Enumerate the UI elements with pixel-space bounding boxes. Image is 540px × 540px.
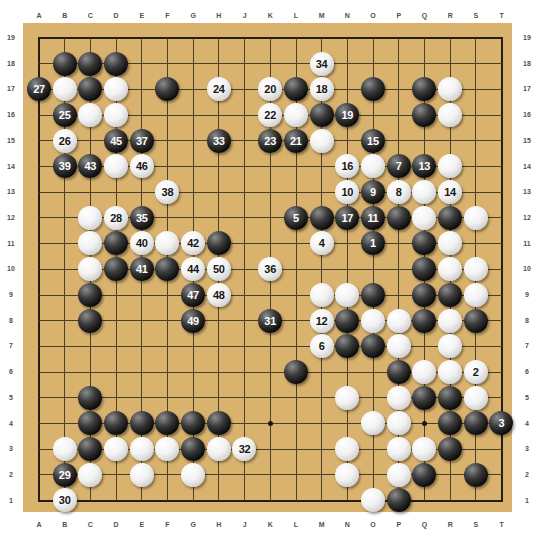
- stone-black-R4: [438, 411, 462, 435]
- stone-white-P3: [387, 437, 411, 461]
- move-number: 30: [53, 488, 77, 512]
- stone-white-M9: [310, 283, 334, 307]
- stone-white-S6: 2: [464, 360, 488, 384]
- stones-layer: 3427242018252219264537332321153943461671…: [26, 25, 514, 513]
- move-number: 42: [181, 231, 205, 255]
- stone-white-L16: [284, 103, 308, 127]
- stone-white-H9: 48: [207, 283, 231, 307]
- stone-white-C2: [78, 463, 102, 487]
- move-number: 32: [232, 437, 256, 461]
- move-number: 1: [361, 231, 385, 255]
- goban[interactable]: 3427242018252219264537332321153943461671…: [23, 23, 512, 512]
- row-label-left-8: 8: [1, 316, 21, 326]
- col-label-bottom-E: E: [134, 520, 150, 530]
- row-label-right-19: 19: [517, 33, 537, 43]
- stone-black-Q10: [412, 257, 436, 281]
- move-number: 31: [258, 309, 282, 333]
- stone-white-P5: [387, 386, 411, 410]
- move-number: 46: [130, 154, 154, 178]
- stone-black-Q14: 13: [412, 154, 436, 178]
- move-number: 2: [464, 360, 488, 384]
- stone-white-P13: 8: [387, 180, 411, 204]
- move-number: 48: [207, 283, 231, 307]
- stone-black-Q9: [412, 283, 436, 307]
- row-label-right-18: 18: [517, 59, 537, 69]
- col-label-top-N: N: [339, 11, 355, 21]
- move-number: 18: [310, 77, 334, 101]
- stone-black-N16: 19: [335, 103, 359, 127]
- row-label-right-4: 4: [517, 419, 537, 429]
- row-label-right-16: 16: [517, 110, 537, 120]
- stone-black-Q11: [412, 231, 436, 255]
- stone-white-D17: [104, 77, 128, 101]
- stone-black-C8: [78, 309, 102, 333]
- row-label-left-11: 11: [1, 239, 21, 249]
- stone-white-M15: [310, 129, 334, 153]
- move-number: 13: [412, 154, 436, 178]
- stone-white-R11: [438, 231, 462, 255]
- col-label-top-Q: Q: [417, 11, 433, 21]
- stone-black-C9: [78, 283, 102, 307]
- col-label-top-S: S: [468, 11, 484, 21]
- col-label-top-M: M: [314, 11, 330, 21]
- stone-white-P4: [387, 411, 411, 435]
- row-label-left-6: 6: [1, 367, 21, 377]
- row-label-left-14: 14: [1, 162, 21, 172]
- stone-white-P7: [387, 334, 411, 358]
- stone-white-P8: [387, 309, 411, 333]
- stone-white-H17: 24: [207, 77, 231, 101]
- col-label-bottom-A: A: [31, 520, 47, 530]
- stone-black-S4: [464, 411, 488, 435]
- col-label-bottom-R: R: [442, 520, 458, 530]
- move-number: 3: [489, 411, 513, 435]
- move-number: 33: [207, 129, 231, 153]
- move-number: 47: [181, 283, 205, 307]
- row-label-right-11: 11: [517, 239, 537, 249]
- stone-black-S2: [464, 463, 488, 487]
- move-number: 19: [335, 103, 359, 127]
- stone-white-C10: [78, 257, 102, 281]
- row-label-left-13: 13: [1, 187, 21, 197]
- stone-white-F13: 38: [155, 180, 179, 204]
- stone-black-K15: 23: [258, 129, 282, 153]
- stone-white-E3: [130, 437, 154, 461]
- stone-black-C17: [78, 77, 102, 101]
- move-number: 21: [284, 129, 308, 153]
- stone-white-R13: 14: [438, 180, 462, 204]
- stone-white-N5: [335, 386, 359, 410]
- stone-black-Q2: [412, 463, 436, 487]
- row-label-left-12: 12: [1, 213, 21, 223]
- move-number: 36: [258, 257, 282, 281]
- row-label-left-3: 3: [1, 444, 21, 454]
- stone-white-M17: 18: [310, 77, 334, 101]
- row-label-left-15: 15: [1, 136, 21, 146]
- move-number: 4: [310, 231, 334, 255]
- stone-white-H3: [207, 437, 231, 461]
- col-label-bottom-N: N: [339, 520, 355, 530]
- stone-white-N3: [335, 437, 359, 461]
- col-label-top-R: R: [442, 11, 458, 21]
- stone-black-Q16: [412, 103, 436, 127]
- move-number: 44: [181, 257, 205, 281]
- move-number: 38: [155, 180, 179, 204]
- stone-white-O14: [361, 154, 385, 178]
- stone-black-Q5: [412, 386, 436, 410]
- row-label-left-4: 4: [1, 419, 21, 429]
- col-label-bottom-T: T: [494, 520, 510, 530]
- move-number: 17: [335, 206, 359, 230]
- stone-black-P12: [387, 206, 411, 230]
- stone-black-R9: [438, 283, 462, 307]
- col-label-bottom-H: H: [211, 520, 227, 530]
- stone-black-N7: [335, 334, 359, 358]
- stone-white-R10: [438, 257, 462, 281]
- row-label-left-5: 5: [1, 393, 21, 403]
- row-label-left-17: 17: [1, 84, 21, 94]
- move-number: 14: [438, 180, 462, 204]
- row-label-right-6: 6: [517, 367, 537, 377]
- move-number: 28: [104, 206, 128, 230]
- move-number: 45: [104, 129, 128, 153]
- stone-black-G4: [181, 411, 205, 435]
- stone-white-M18: 34: [310, 52, 334, 76]
- stone-white-R8: [438, 309, 462, 333]
- stone-white-C16: [78, 103, 102, 127]
- stone-black-H4: [207, 411, 231, 435]
- col-label-top-T: T: [494, 11, 510, 21]
- move-number: 24: [207, 77, 231, 101]
- stone-black-S8: [464, 309, 488, 333]
- move-number: 23: [258, 129, 282, 153]
- move-number: 27: [27, 77, 51, 101]
- stone-white-S5: [464, 386, 488, 410]
- col-label-top-L: L: [288, 11, 304, 21]
- col-label-top-P: P: [391, 11, 407, 21]
- stone-white-B1: 30: [53, 488, 77, 512]
- move-number: 11: [361, 206, 385, 230]
- stone-black-O11: 1: [361, 231, 385, 255]
- col-label-bottom-O: O: [365, 520, 381, 530]
- move-number: 5: [284, 206, 308, 230]
- stone-black-B14: 39: [53, 154, 77, 178]
- stone-white-F11: [155, 231, 179, 255]
- stone-white-O8: [361, 309, 385, 333]
- col-label-top-H: H: [211, 11, 227, 21]
- move-number: 7: [387, 154, 411, 178]
- col-label-top-C: C: [82, 11, 98, 21]
- stone-black-C3: [78, 437, 102, 461]
- stone-black-G3: [181, 437, 205, 461]
- row-label-right-10: 10: [517, 264, 537, 274]
- stone-white-E2: [130, 463, 154, 487]
- row-label-left-10: 10: [1, 264, 21, 274]
- stone-black-F4: [155, 411, 179, 435]
- row-label-right-5: 5: [517, 393, 537, 403]
- row-label-right-3: 3: [517, 444, 537, 454]
- stone-black-O7: [361, 334, 385, 358]
- move-number: 16: [335, 154, 359, 178]
- move-number: 8: [387, 180, 411, 204]
- stone-black-Q17: [412, 77, 436, 101]
- stone-white-M7: 6: [310, 334, 334, 358]
- row-label-right-2: 2: [517, 470, 537, 480]
- stone-black-D4: [104, 411, 128, 435]
- stone-white-B17: [53, 77, 77, 101]
- stone-black-K8: 31: [258, 309, 282, 333]
- stone-white-J3: 32: [232, 437, 256, 461]
- row-label-right-7: 7: [517, 341, 537, 351]
- move-number: 15: [361, 129, 385, 153]
- row-label-left-7: 7: [1, 341, 21, 351]
- stone-white-O4: [361, 411, 385, 435]
- stone-black-O17: [361, 77, 385, 101]
- stone-white-G11: 42: [181, 231, 205, 255]
- move-number: 35: [130, 206, 154, 230]
- stone-black-L12: 5: [284, 206, 308, 230]
- stone-black-E4: [130, 411, 154, 435]
- move-number: 49: [181, 309, 205, 333]
- stone-black-O12: 11: [361, 206, 385, 230]
- stone-white-K17: 20: [258, 77, 282, 101]
- stone-white-P2: [387, 463, 411, 487]
- stone-black-G8: 49: [181, 309, 205, 333]
- stone-black-G9: 47: [181, 283, 205, 307]
- col-label-bottom-S: S: [468, 520, 484, 530]
- row-label-left-16: 16: [1, 110, 21, 120]
- move-number: 20: [258, 77, 282, 101]
- stone-black-E12: 35: [130, 206, 154, 230]
- stone-white-N13: 10: [335, 180, 359, 204]
- stone-white-R6: [438, 360, 462, 384]
- stone-white-F3: [155, 437, 179, 461]
- move-number: 37: [130, 129, 154, 153]
- stone-black-L6: [284, 360, 308, 384]
- stone-black-R12: [438, 206, 462, 230]
- stone-black-O9: [361, 283, 385, 307]
- stone-black-T4: 3: [489, 411, 513, 435]
- stone-black-R3: [438, 437, 462, 461]
- stone-black-B18: [53, 52, 77, 76]
- col-label-bottom-F: F: [160, 520, 176, 530]
- stone-black-B2: 29: [53, 463, 77, 487]
- stone-black-P1: [387, 488, 411, 512]
- stone-black-F17: [155, 77, 179, 101]
- stone-white-C11: [78, 231, 102, 255]
- col-label-top-K: K: [262, 11, 278, 21]
- stone-white-D16: [104, 103, 128, 127]
- stone-white-N2: [335, 463, 359, 487]
- stone-white-R14: [438, 154, 462, 178]
- row-label-right-8: 8: [517, 316, 537, 326]
- row-label-right-9: 9: [517, 290, 537, 300]
- stone-white-Q13: [412, 180, 436, 204]
- col-label-bottom-G: G: [185, 520, 201, 530]
- col-label-top-O: O: [365, 11, 381, 21]
- stone-white-C12: [78, 206, 102, 230]
- row-label-right-13: 13: [517, 187, 537, 197]
- stone-black-L15: 21: [284, 129, 308, 153]
- move-number: 26: [53, 129, 77, 153]
- stone-white-K16: 22: [258, 103, 282, 127]
- stone-black-B16: 25: [53, 103, 77, 127]
- stone-white-K10: 36: [258, 257, 282, 281]
- move-number: 34: [310, 52, 334, 76]
- stone-black-Q8: [412, 309, 436, 333]
- stone-white-G10: 44: [181, 257, 205, 281]
- col-label-bottom-J: J: [237, 520, 253, 530]
- col-label-top-D: D: [108, 11, 124, 21]
- stone-black-D11: [104, 231, 128, 255]
- stone-white-N9: [335, 283, 359, 307]
- col-label-bottom-C: C: [82, 520, 98, 530]
- stone-white-E11: 40: [130, 231, 154, 255]
- stone-white-R7: [438, 334, 462, 358]
- move-number: 29: [53, 463, 77, 487]
- row-label-left-9: 9: [1, 290, 21, 300]
- stone-white-B3: [53, 437, 77, 461]
- stone-black-R5: [438, 386, 462, 410]
- col-label-bottom-M: M: [314, 520, 330, 530]
- move-number: 25: [53, 103, 77, 127]
- stone-black-D18: [104, 52, 128, 76]
- move-number: 40: [130, 231, 154, 255]
- stone-white-D12: 28: [104, 206, 128, 230]
- stone-white-S10: [464, 257, 488, 281]
- move-number: 41: [130, 257, 154, 281]
- stone-white-M8: 12: [310, 309, 334, 333]
- row-label-left-18: 18: [1, 59, 21, 69]
- stone-white-Q3: [412, 437, 436, 461]
- stone-white-H10: 50: [207, 257, 231, 281]
- stone-white-R17: [438, 77, 462, 101]
- row-label-right-1: 1: [517, 496, 537, 506]
- stone-white-N14: 16: [335, 154, 359, 178]
- move-number: 39: [53, 154, 77, 178]
- stone-black-P14: 7: [387, 154, 411, 178]
- stone-white-S12: [464, 206, 488, 230]
- stone-white-B15: 26: [53, 129, 77, 153]
- stone-black-D15: 45: [104, 129, 128, 153]
- stone-black-N12: 17: [335, 206, 359, 230]
- move-number: 6: [310, 334, 334, 358]
- row-label-right-12: 12: [517, 213, 537, 223]
- stone-black-D10: [104, 257, 128, 281]
- col-label-top-J: J: [237, 11, 253, 21]
- col-label-top-A: A: [31, 11, 47, 21]
- stone-black-N8: [335, 309, 359, 333]
- stone-black-H15: 33: [207, 129, 231, 153]
- move-number: 9: [361, 180, 385, 204]
- stone-black-L17: [284, 77, 308, 101]
- row-label-left-1: 1: [1, 496, 21, 506]
- stone-black-O13: 9: [361, 180, 385, 204]
- row-label-left-19: 19: [1, 33, 21, 43]
- move-number: 22: [258, 103, 282, 127]
- row-label-right-17: 17: [517, 84, 537, 94]
- stone-black-H11: [207, 231, 231, 255]
- stone-black-O15: 15: [361, 129, 385, 153]
- col-label-top-G: G: [185, 11, 201, 21]
- move-number: 10: [335, 180, 359, 204]
- stone-black-A17: 27: [27, 77, 51, 101]
- stone-black-M16: [310, 103, 334, 127]
- col-label-bottom-P: P: [391, 520, 407, 530]
- stone-black-P6: [387, 360, 411, 384]
- stone-white-Q6: [412, 360, 436, 384]
- move-number: 12: [310, 309, 334, 333]
- col-label-bottom-Q: Q: [417, 520, 433, 530]
- stone-white-S9: [464, 283, 488, 307]
- stone-white-M11: 4: [310, 231, 334, 255]
- stone-black-M12: [310, 206, 334, 230]
- col-label-bottom-L: L: [288, 520, 304, 530]
- move-number: 50: [207, 257, 231, 281]
- stone-black-E15: 37: [130, 129, 154, 153]
- stone-black-F10: [155, 257, 179, 281]
- row-label-right-15: 15: [517, 136, 537, 146]
- stone-white-Q12: [412, 206, 436, 230]
- stone-black-C14: 43: [78, 154, 102, 178]
- go-board-diagram: 3427242018252219264537332321153943461671…: [0, 0, 540, 540]
- stone-white-O1: [361, 488, 385, 512]
- stone-white-D3: [104, 437, 128, 461]
- col-label-bottom-K: K: [262, 520, 278, 530]
- stone-white-E14: 46: [130, 154, 154, 178]
- row-label-right-14: 14: [517, 162, 537, 172]
- col-label-top-F: F: [160, 11, 176, 21]
- stone-black-E10: 41: [130, 257, 154, 281]
- stone-black-C5: [78, 386, 102, 410]
- stone-white-R16: [438, 103, 462, 127]
- stone-white-D14: [104, 154, 128, 178]
- col-label-top-B: B: [57, 11, 73, 21]
- col-label-bottom-D: D: [108, 520, 124, 530]
- row-label-left-2: 2: [1, 470, 21, 480]
- move-number: 43: [78, 154, 102, 178]
- stone-black-C18: [78, 52, 102, 76]
- col-label-top-E: E: [134, 11, 150, 21]
- stone-black-C4: [78, 411, 102, 435]
- col-label-bottom-B: B: [57, 520, 73, 530]
- stone-white-G2: [181, 463, 205, 487]
